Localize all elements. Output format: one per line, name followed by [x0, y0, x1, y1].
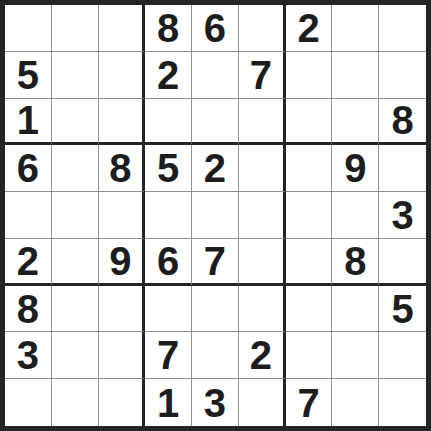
- cell-r6c6[interactable]: [239, 239, 286, 286]
- cell-r2c9[interactable]: [379, 52, 426, 99]
- cell-r5c5[interactable]: [192, 192, 239, 239]
- cell-r4c9[interactable]: [379, 145, 426, 192]
- cell-r1c8[interactable]: [332, 5, 379, 52]
- cell-r7c7[interactable]: [286, 286, 333, 333]
- cell-r3c5[interactable]: [192, 99, 239, 146]
- sudoku-board: 862527186852932967885372137: [0, 0, 431, 431]
- cell-r7c4[interactable]: [145, 286, 192, 333]
- cell-r6c4[interactable]: 6: [145, 239, 192, 286]
- cell-r5c6[interactable]: [239, 192, 286, 239]
- cell-r3c7[interactable]: [286, 99, 333, 146]
- cell-r9c6[interactable]: [239, 379, 286, 426]
- cell-r6c3[interactable]: 9: [99, 239, 146, 286]
- cell-r9c5[interactable]: 3: [192, 379, 239, 426]
- cell-r6c1[interactable]: 2: [5, 239, 52, 286]
- cell-r5c7[interactable]: [286, 192, 333, 239]
- cell-r2c1[interactable]: 5: [5, 52, 52, 99]
- cell-r4c1[interactable]: 6: [5, 145, 52, 192]
- cell-r6c8[interactable]: 8: [332, 239, 379, 286]
- cell-r3c9[interactable]: 8: [379, 99, 426, 146]
- cell-r5c9[interactable]: 3: [379, 192, 426, 239]
- cell-r4c8[interactable]: 9: [332, 145, 379, 192]
- cell-r5c3[interactable]: [99, 192, 146, 239]
- cell-r1c1[interactable]: [5, 5, 52, 52]
- cell-r8c2[interactable]: [52, 332, 99, 379]
- cell-r8c5[interactable]: [192, 332, 239, 379]
- cell-r7c3[interactable]: [99, 286, 146, 333]
- cell-r2c7[interactable]: [286, 52, 333, 99]
- cell-r6c9[interactable]: [379, 239, 426, 286]
- cell-r5c8[interactable]: [332, 192, 379, 239]
- cell-r1c6[interactable]: [239, 5, 286, 52]
- cell-r6c7[interactable]: [286, 239, 333, 286]
- cell-r8c6[interactable]: 2: [239, 332, 286, 379]
- cell-r9c7[interactable]: 7: [286, 379, 333, 426]
- cell-r7c9[interactable]: 5: [379, 286, 426, 333]
- cell-r3c4[interactable]: [145, 99, 192, 146]
- cell-r7c8[interactable]: [332, 286, 379, 333]
- cell-r1c9[interactable]: [379, 5, 426, 52]
- cell-r3c6[interactable]: [239, 99, 286, 146]
- cell-r5c1[interactable]: [5, 192, 52, 239]
- cell-r1c2[interactable]: [52, 5, 99, 52]
- cell-r7c6[interactable]: [239, 286, 286, 333]
- cell-r1c7[interactable]: 2: [286, 5, 333, 52]
- cell-r4c6[interactable]: [239, 145, 286, 192]
- cell-r4c7[interactable]: [286, 145, 333, 192]
- cell-r3c2[interactable]: [52, 99, 99, 146]
- cell-r2c4[interactable]: 2: [145, 52, 192, 99]
- cell-r1c5[interactable]: 6: [192, 5, 239, 52]
- cell-r9c3[interactable]: [99, 379, 146, 426]
- cell-r1c3[interactable]: [99, 5, 146, 52]
- cell-r2c8[interactable]: [332, 52, 379, 99]
- cell-r8c7[interactable]: [286, 332, 333, 379]
- cell-r9c2[interactable]: [52, 379, 99, 426]
- cell-r7c5[interactable]: [192, 286, 239, 333]
- cell-r5c2[interactable]: [52, 192, 99, 239]
- cell-r3c1[interactable]: 1: [5, 99, 52, 146]
- cell-r9c1[interactable]: [5, 379, 52, 426]
- cell-r2c6[interactable]: 7: [239, 52, 286, 99]
- cell-r8c8[interactable]: [332, 332, 379, 379]
- cell-r4c2[interactable]: [52, 145, 99, 192]
- cell-r6c2[interactable]: [52, 239, 99, 286]
- cell-r3c8[interactable]: [332, 99, 379, 146]
- cell-r9c4[interactable]: 1: [145, 379, 192, 426]
- cell-r3c3[interactable]: [99, 99, 146, 146]
- cell-r7c1[interactable]: 8: [5, 286, 52, 333]
- cell-r5c4[interactable]: [145, 192, 192, 239]
- cell-r1c4[interactable]: 8: [145, 5, 192, 52]
- cell-r8c4[interactable]: 7: [145, 332, 192, 379]
- cell-r2c5[interactable]: [192, 52, 239, 99]
- cell-r4c3[interactable]: 8: [99, 145, 146, 192]
- cell-r9c8[interactable]: [332, 379, 379, 426]
- cell-r8c3[interactable]: [99, 332, 146, 379]
- cell-r7c2[interactable]: [52, 286, 99, 333]
- cell-r4c4[interactable]: 5: [145, 145, 192, 192]
- cell-r2c2[interactable]: [52, 52, 99, 99]
- cell-r6c5[interactable]: 7: [192, 239, 239, 286]
- cell-r2c3[interactable]: [99, 52, 146, 99]
- cell-r8c1[interactable]: 3: [5, 332, 52, 379]
- cell-r8c9[interactable]: [379, 332, 426, 379]
- cell-r4c5[interactable]: 2: [192, 145, 239, 192]
- cell-r9c9[interactable]: [379, 379, 426, 426]
